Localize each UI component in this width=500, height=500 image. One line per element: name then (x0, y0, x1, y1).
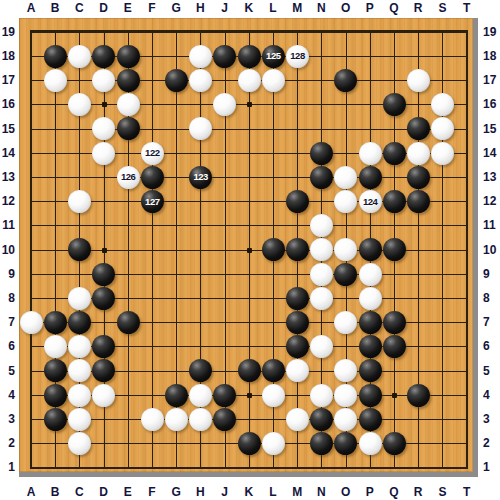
stone-white-H3 (189, 408, 212, 431)
coordinate-label-N: N (309, 2, 333, 14)
stone-black-Q10 (383, 238, 406, 261)
coordinate-label-L: L (261, 486, 285, 498)
stone-black-G4 (165, 384, 188, 407)
coordinate-label-K: K (237, 2, 261, 14)
stone-black-N14 (310, 142, 333, 165)
move-number-label: 124 (363, 197, 377, 207)
stone-white-C12 (68, 190, 91, 213)
stone-white-L4 (262, 384, 285, 407)
stone-white-C3 (68, 408, 91, 431)
stone-white-H4 (189, 384, 212, 407)
coordinate-label-K: K (237, 486, 261, 498)
coordinate-label-L: L (261, 2, 285, 14)
stone-white-C4 (68, 384, 91, 407)
coordinate-label-R: R (406, 486, 430, 498)
coordinate-label-H: H (188, 486, 212, 498)
stone-white-M3 (286, 408, 309, 431)
stone-black-R4 (407, 384, 430, 407)
coordinate-label-left-16: 16 (0, 98, 15, 110)
coordinate-label-left-4: 4 (0, 389, 15, 401)
stone-black-R13 (407, 166, 430, 189)
stone-black-D9 (92, 263, 115, 286)
stone-white-P8 (359, 287, 382, 310)
stone-black-K5 (238, 359, 261, 382)
stone-white-B17 (44, 69, 67, 92)
coordinate-label-left-8: 8 (0, 292, 15, 304)
stone-black-Q12 (383, 190, 406, 213)
stone-black-B18 (44, 45, 67, 68)
stone-black-N3 (310, 408, 333, 431)
coordinate-label-D: D (92, 2, 116, 14)
stone-white-C2 (68, 432, 91, 455)
coordinate-label-left-19: 19 (0, 26, 15, 38)
stone-black-P5 (359, 359, 382, 382)
stone-white-L2 (262, 432, 285, 455)
coordinate-label-H: H (188, 2, 212, 14)
stone-black-N13 (310, 166, 333, 189)
stone-white-O13 (334, 166, 357, 189)
stone-black-Q16 (383, 93, 406, 116)
stone-black-E15 (117, 117, 140, 140)
stone-black-J3 (213, 408, 236, 431)
coordinate-label-right-16: 16 (483, 98, 500, 110)
stone-white-E16 (117, 93, 140, 116)
stone-black-J18 (213, 45, 236, 68)
coordinate-label-C: C (67, 486, 91, 498)
stone-black-H13: 123 (189, 166, 212, 189)
coordinate-label-left-18: 18 (0, 50, 15, 62)
coordinate-label-right-17: 17 (483, 74, 500, 86)
coordinate-label-B: B (43, 486, 67, 498)
stone-black-P4 (359, 384, 382, 407)
stone-white-P12: 124 (359, 190, 382, 213)
stone-black-N2 (310, 432, 333, 455)
stone-white-P14 (359, 142, 382, 165)
coordinate-label-right-1: 1 (483, 461, 500, 473)
coordinate-label-right-19: 19 (483, 26, 500, 38)
stone-white-H17 (189, 69, 212, 92)
coordinate-label-E: E (116, 2, 140, 14)
go-diagram: 125128122126123127124 ABCDEFGHJKLMNOPQRS… (0, 0, 500, 500)
coordinate-label-left-14: 14 (0, 147, 15, 159)
stone-white-F14: 122 (141, 142, 164, 165)
coordinate-label-F: F (140, 486, 164, 498)
stone-black-P10 (359, 238, 382, 261)
star-point-Q4 (392, 393, 397, 398)
stone-white-G3 (165, 408, 188, 431)
stone-black-E18 (117, 45, 140, 68)
stone-black-Q6 (383, 335, 406, 358)
stone-white-M18: 128 (286, 45, 309, 68)
coordinate-label-J: J (213, 486, 237, 498)
coordinate-label-right-6: 6 (483, 340, 500, 352)
coordinate-label-right-15: 15 (483, 123, 500, 135)
stone-white-B6 (44, 335, 67, 358)
move-number-label: 127 (145, 197, 159, 207)
stone-black-P6 (359, 335, 382, 358)
coordinate-label-right-9: 9 (483, 268, 500, 280)
coordinate-label-T: T (455, 2, 479, 14)
stone-black-Q2 (383, 432, 406, 455)
stone-black-L18: 125 (262, 45, 285, 68)
coordinate-label-right-14: 14 (483, 147, 500, 159)
stone-white-P9 (359, 263, 382, 286)
coordinate-label-B: B (43, 2, 67, 14)
stone-black-Q7 (383, 311, 406, 334)
stone-black-M6 (286, 335, 309, 358)
stone-black-Q14 (383, 142, 406, 165)
star-point-K10 (247, 248, 252, 253)
coordinate-label-right-3: 3 (483, 413, 500, 425)
coordinate-label-P: P (358, 486, 382, 498)
stone-black-M12 (286, 190, 309, 213)
coordinate-label-left-17: 17 (0, 74, 15, 86)
star-point-D10 (102, 248, 107, 253)
move-number-label: 128 (290, 51, 304, 61)
stone-black-P13 (359, 166, 382, 189)
coordinate-label-left-15: 15 (0, 123, 15, 135)
coordinate-label-E: E (116, 486, 140, 498)
coordinate-label-left-7: 7 (0, 316, 15, 328)
stone-black-G17 (165, 69, 188, 92)
stone-white-D14 (92, 142, 115, 165)
coordinate-label-S: S (430, 486, 454, 498)
stone-white-N8 (310, 287, 333, 310)
star-point-K4 (247, 393, 252, 398)
coordinate-label-A: A (19, 486, 43, 498)
stone-black-O9 (334, 263, 357, 286)
coordinate-label-F: F (140, 2, 164, 14)
coordinate-label-right-18: 18 (483, 50, 500, 62)
move-number-label: 123 (194, 172, 208, 182)
star-point-D16 (102, 102, 107, 107)
stone-black-E17 (117, 69, 140, 92)
coordinate-label-left-2: 2 (0, 437, 15, 449)
coordinate-label-R: R (406, 2, 430, 14)
stone-black-E7 (117, 311, 140, 334)
coordinate-label-left-5: 5 (0, 365, 15, 377)
stone-white-N4 (310, 384, 333, 407)
stone-white-F3 (141, 408, 164, 431)
stone-white-P2 (359, 432, 382, 455)
coordinate-label-G: G (164, 486, 188, 498)
coordinate-label-right-10: 10 (483, 244, 500, 256)
coordinate-label-M: M (285, 2, 309, 14)
coordinate-label-J: J (213, 2, 237, 14)
stone-black-C7 (68, 311, 91, 334)
coordinate-label-C: C (67, 2, 91, 14)
stone-white-O3 (334, 408, 357, 431)
stone-white-N9 (310, 263, 333, 286)
coordinate-label-left-10: 10 (0, 244, 15, 256)
coordinate-label-left-3: 3 (0, 413, 15, 425)
stone-white-S14 (431, 142, 454, 165)
stone-black-D18 (92, 45, 115, 68)
coordinate-label-N: N (309, 486, 333, 498)
stone-white-A7 (20, 311, 43, 334)
stone-black-B4 (44, 384, 67, 407)
stone-black-P7 (359, 311, 382, 334)
move-number-label: 126 (121, 172, 135, 182)
stone-white-O4 (334, 384, 357, 407)
coordinate-label-left-11: 11 (0, 219, 15, 231)
stone-white-D4 (92, 384, 115, 407)
coordinate-label-Q: Q (382, 2, 406, 14)
stone-white-C18 (68, 45, 91, 68)
coordinate-label-S: S (430, 2, 454, 14)
coordinate-label-right-11: 11 (483, 219, 500, 231)
coordinate-label-P: P (358, 2, 382, 14)
star-point-K16 (247, 102, 252, 107)
coordinate-label-left-6: 6 (0, 340, 15, 352)
coordinate-label-O: O (334, 2, 358, 14)
coordinate-label-G: G (164, 2, 188, 14)
coordinate-label-right-13: 13 (483, 171, 500, 183)
stone-black-D8 (92, 287, 115, 310)
coordinate-label-left-1: 1 (0, 461, 15, 473)
stone-black-K18 (238, 45, 261, 68)
coordinate-label-left-9: 9 (0, 268, 15, 280)
stone-white-C8 (68, 287, 91, 310)
stone-black-M7 (286, 311, 309, 334)
coordinate-label-D: D (92, 486, 116, 498)
stone-white-R14 (407, 142, 430, 165)
stone-black-B3 (44, 408, 67, 431)
coordinate-label-right-2: 2 (483, 437, 500, 449)
coordinate-label-right-12: 12 (483, 195, 500, 207)
coordinate-label-left-13: 13 (0, 171, 15, 183)
stone-black-P3 (359, 408, 382, 431)
coordinate-label-right-4: 4 (483, 389, 500, 401)
stone-white-R17 (407, 69, 430, 92)
stone-black-F13 (141, 166, 164, 189)
stone-white-E13: 126 (117, 166, 140, 189)
coordinate-label-T: T (455, 486, 479, 498)
coordinate-label-Q: Q (382, 486, 406, 498)
stone-black-F12: 127 (141, 190, 164, 213)
coordinate-label-right-7: 7 (483, 316, 500, 328)
coordinate-label-left-12: 12 (0, 195, 15, 207)
stone-black-R12 (407, 190, 430, 213)
stone-white-K17 (238, 69, 261, 92)
coordinate-label-A: A (19, 2, 43, 14)
stone-black-B7 (44, 311, 67, 334)
go-board[interactable]: 125128122126123127124 (19, 18, 478, 477)
coordinate-label-O: O (334, 486, 358, 498)
stone-black-L10 (262, 238, 285, 261)
stone-white-H18 (189, 45, 212, 68)
coordinate-label-right-8: 8 (483, 292, 500, 304)
move-number-label: 122 (145, 148, 159, 158)
stone-black-M8 (286, 287, 309, 310)
coordinate-label-right-5: 5 (483, 365, 500, 377)
coordinate-label-M: M (285, 486, 309, 498)
stone-black-J4 (213, 384, 236, 407)
move-number-label: 125 (266, 51, 280, 61)
stone-white-L17 (262, 69, 285, 92)
stone-black-L5 (262, 359, 285, 382)
stone-black-K2 (238, 432, 261, 455)
